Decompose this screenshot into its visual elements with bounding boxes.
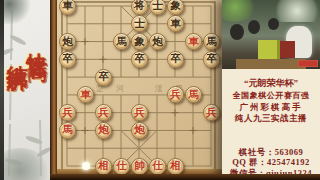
piece-red-f7r10[interactable]: 相 (167, 158, 184, 175)
piece-red-f4r10[interactable]: 仕 (113, 158, 130, 175)
piece-black-f9r4[interactable]: 卒 (203, 51, 220, 68)
piece-red-f6r10[interactable]: 仕 (149, 158, 166, 175)
photo-person (230, 24, 244, 40)
xiangqi-board[interactable]: 楚 河 漢 界 車将士象士車炮馬象炮馬車卒卒卒卒卒車兵馬兵兵兵兵馬炮炮相仕帥仕相 (57, 0, 222, 180)
announcement-text: “元朗荣华杯” 全国象棋公开赛百强 广州彩棋高手 纯人九三实战主播 棋社号：56… (222, 69, 320, 180)
stream-frame: 快速提高 纯人讲解 楚 河 漢 界 車将士象士車炮馬象炮馬車卒卒卒卒卒車兵馬兵兵… (0, 0, 320, 180)
piece-black-f1r3[interactable]: 炮 (59, 33, 76, 50)
piece-black-f5r4[interactable]: 卒 (131, 51, 148, 68)
piece-red-f3r8[interactable]: 炮 (95, 122, 112, 139)
piece-black-f4r3[interactable]: 馬 (113, 33, 130, 50)
piece-red-f5r8[interactable]: 炮 (131, 122, 148, 139)
event-title: “元朗荣华杯” (222, 69, 320, 90)
left-edge-strip (0, 0, 4, 180)
left-sidebar: 快速提高 纯人讲解 (0, 0, 50, 180)
streamer-desc-2: 纯人九三实战主播 (222, 113, 320, 125)
event-subtitle: 全国象棋公开赛百强 (222, 90, 320, 102)
slogan-human-commentary: 纯人讲解 (3, 48, 31, 56)
info-panel: “元朗荣华杯” 全国象棋公开赛百强 广州彩棋高手 纯人九三实战主播 棋社号：56… (222, 0, 320, 180)
piece-red-f3r10[interactable]: 相 (95, 158, 112, 175)
piece-black-f6r1[interactable]: 士 (149, 0, 166, 15)
qq-group-id: QQ 群：425474192 (222, 157, 320, 168)
photo-plants (222, 0, 256, 22)
piece-black-f7r4[interactable]: 卒 (167, 51, 184, 68)
photo-watermark-badge (298, 60, 318, 67)
piece-black-f3r5[interactable]: 卒 (95, 69, 112, 86)
piece-black-f1r4[interactable]: 卒 (59, 51, 76, 68)
chess-club-id: 棋社号：563069 (222, 147, 320, 158)
board-left-frame (50, 0, 57, 180)
piece-black-f5r1[interactable]: 将 (131, 0, 148, 15)
piece-black-f1r1[interactable]: 車 (59, 0, 76, 15)
piece-black-f5r3[interactable]: 象 (131, 33, 148, 50)
piece-black-f6r3[interactable]: 炮 (149, 33, 166, 50)
photo-window-light (274, 0, 320, 22)
last-move-origin-dot (83, 163, 89, 169)
piece-black-f7r1[interactable]: 象 (167, 0, 184, 15)
piece-red-f1r8[interactable]: 馬 (59, 122, 76, 139)
photo-table (236, 59, 306, 69)
streamer-desc-1: 广州彩棋高手 (222, 102, 320, 114)
bottom-dark-edge (50, 174, 320, 180)
photo-person (248, 20, 260, 34)
piece-red-f8r3[interactable]: 車 (185, 33, 202, 50)
piece-red-f5r10[interactable]: 帥 (131, 158, 148, 175)
tournament-photo (222, 0, 320, 69)
slogan-fast-improve: 快速提高 (23, 36, 50, 44)
photo-red-box (280, 41, 295, 58)
photo-person (268, 18, 279, 30)
piece-black-f9r3[interactable]: 馬 (203, 33, 220, 50)
